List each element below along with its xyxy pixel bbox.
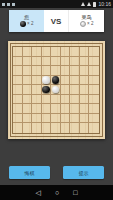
- home-icon[interactable]: ○: [55, 189, 59, 196]
- board-cell-r6c2[interactable]: [32, 104, 42, 114]
- board-cell-r0c3[interactable]: [42, 47, 52, 57]
- board-cell-r6c1[interactable]: [23, 104, 33, 114]
- board-cell-r7c8[interactable]: [89, 114, 99, 124]
- board-cell-r8c0[interactable]: [13, 123, 23, 133]
- board-cell-r7c2[interactable]: [32, 114, 42, 124]
- board-cell-r4c7[interactable]: [80, 85, 90, 95]
- board-cell-r7c6[interactable]: [70, 114, 80, 124]
- board-cell-r2c5[interactable]: [61, 66, 71, 76]
- battery-icon: [93, 2, 96, 7]
- board-cell-r4c4[interactable]: [51, 85, 61, 95]
- right-player-panel: 菜鸟 × 2: [68, 10, 104, 32]
- board-cell-r3c6[interactable]: [70, 76, 80, 86]
- board-cell-r1c1[interactable]: [23, 57, 33, 67]
- board-cell-r6c3[interactable]: [42, 104, 52, 114]
- board-cell-r4c2[interactable]: [32, 85, 42, 95]
- board-cell-r0c4[interactable]: [51, 47, 61, 57]
- board-cell-r8c6[interactable]: [70, 123, 80, 133]
- status-bar: 10:16: [0, 0, 113, 8]
- wifi-icon: [81, 2, 85, 6]
- status-indicators: 10:16: [81, 2, 111, 7]
- board-cell-r0c2[interactable]: [32, 47, 42, 57]
- board-cell-r8c2[interactable]: [32, 123, 42, 133]
- right-player-count: × 2: [87, 22, 93, 27]
- clock-text: 10:16: [98, 2, 111, 7]
- board-cell-r5c3[interactable]: [42, 95, 52, 105]
- board-cell-r4c8[interactable]: [89, 85, 99, 95]
- game-board: [8, 41, 105, 139]
- board-cell-r3c3[interactable]: [42, 76, 52, 86]
- board-cell-r8c5[interactable]: [61, 123, 71, 133]
- board-cell-r2c1[interactable]: [23, 66, 33, 76]
- board-cell-r5c1[interactable]: [23, 95, 33, 105]
- board-cell-r1c4[interactable]: [51, 57, 61, 67]
- board-cell-r0c5[interactable]: [61, 47, 71, 57]
- board-cell-r2c0[interactable]: [13, 66, 23, 76]
- board-cell-r7c3[interactable]: [42, 114, 52, 124]
- board-cell-r3c7[interactable]: [80, 76, 90, 86]
- board-cell-r2c4[interactable]: [51, 66, 61, 76]
- notification-icon: [12, 3, 15, 6]
- board-cell-r5c5[interactable]: [61, 95, 71, 105]
- board-cell-r7c0[interactable]: [13, 114, 23, 124]
- app-screen: 10:16 您 × 2 VS 菜鸟 × 2 悔棋 提示 ◁ ○ □: [0, 0, 113, 200]
- white-stone: [52, 86, 60, 94]
- board-cell-r3c1[interactable]: [23, 76, 33, 86]
- board-cell-r5c2[interactable]: [32, 95, 42, 105]
- board-cell-r1c8[interactable]: [89, 57, 99, 67]
- board-cell-r5c4[interactable]: [51, 95, 61, 105]
- hint-button[interactable]: 提示: [63, 166, 104, 179]
- board-cell-r7c1[interactable]: [23, 114, 33, 124]
- board-cell-r0c7[interactable]: [80, 47, 90, 57]
- board-cell-r2c3[interactable]: [42, 66, 52, 76]
- board-cell-r1c0[interactable]: [13, 57, 23, 67]
- left-player-count: × 2: [27, 22, 33, 27]
- board-cell-r5c6[interactable]: [70, 95, 80, 105]
- board-cell-r8c7[interactable]: [80, 123, 90, 133]
- vs-label: VS: [44, 10, 68, 32]
- board-cell-r0c6[interactable]: [70, 47, 80, 57]
- board-cell-r4c5[interactable]: [61, 85, 71, 95]
- right-player-stone-count: × 2: [80, 21, 94, 27]
- board-grid: [12, 46, 100, 134]
- board-cell-r6c5[interactable]: [61, 104, 71, 114]
- board-cell-r1c5[interactable]: [61, 57, 71, 67]
- board-cell-r2c6[interactable]: [70, 66, 80, 76]
- recents-icon[interactable]: □: [73, 189, 77, 196]
- board-cell-r5c0[interactable]: [13, 95, 23, 105]
- board-cell-r2c2[interactable]: [32, 66, 42, 76]
- undo-button[interactable]: 悔棋: [9, 166, 50, 179]
- board-cell-r7c5[interactable]: [61, 114, 71, 124]
- board-cell-r0c0[interactable]: [13, 47, 23, 57]
- board-cell-r8c3[interactable]: [42, 123, 52, 133]
- board-cell-r5c7[interactable]: [80, 95, 90, 105]
- right-player-name: 菜鸟: [82, 15, 92, 20]
- black-stone: [42, 86, 50, 94]
- board-cell-r4c3[interactable]: [42, 85, 52, 95]
- board-cell-r1c7[interactable]: [80, 57, 90, 67]
- left-player-stone-count: × 2: [20, 21, 34, 27]
- board-cell-r6c8[interactable]: [89, 104, 99, 114]
- board-cell-r1c6[interactable]: [70, 57, 80, 67]
- android-nav-bar: ◁ ○ □: [0, 185, 113, 200]
- board-cell-r2c8[interactable]: [89, 66, 99, 76]
- black-stone: [52, 76, 60, 84]
- notification-icon: [2, 3, 5, 6]
- board-cell-r3c8[interactable]: [89, 76, 99, 86]
- board-cell-r7c4[interactable]: [51, 114, 61, 124]
- back-icon[interactable]: ◁: [36, 189, 41, 196]
- board-cell-r3c2[interactable]: [32, 76, 42, 86]
- versus-header: 您 × 2 VS 菜鸟 × 2: [9, 10, 104, 32]
- board-cell-r6c4[interactable]: [51, 104, 61, 114]
- board-cell-r4c1[interactable]: [23, 85, 33, 95]
- board-cell-r4c6[interactable]: [70, 85, 80, 95]
- board-cell-r4c0[interactable]: [13, 85, 23, 95]
- board-cell-r0c1[interactable]: [23, 47, 33, 57]
- board-cell-r3c4[interactable]: [51, 76, 61, 86]
- board-cell-r1c3[interactable]: [42, 57, 52, 67]
- white-stone: [42, 76, 50, 84]
- board-cell-r6c7[interactable]: [80, 104, 90, 114]
- board-cell-r3c5[interactable]: [61, 76, 71, 86]
- signal-icon: [87, 2, 91, 6]
- board-cell-r0c8[interactable]: [89, 47, 99, 57]
- board-cell-r8c1[interactable]: [23, 123, 33, 133]
- board-cell-r2c7[interactable]: [80, 66, 90, 76]
- notification-icon: [7, 3, 10, 6]
- black-stone-icon: [20, 21, 26, 27]
- left-player-name: 您: [24, 15, 29, 20]
- board-cell-r3c0[interactable]: [13, 76, 23, 86]
- board-cell-r8c8[interactable]: [89, 123, 99, 133]
- board-cell-r8c4[interactable]: [51, 123, 61, 133]
- board-cell-r1c2[interactable]: [32, 57, 42, 67]
- white-stone-icon: [80, 21, 86, 27]
- board-cell-r6c6[interactable]: [70, 104, 80, 114]
- left-player-panel: 您 × 2: [9, 10, 44, 32]
- notification-area: [2, 3, 15, 6]
- board-cell-r7c7[interactable]: [80, 114, 90, 124]
- board-cell-r5c8[interactable]: [89, 95, 99, 105]
- board-cell-r6c0[interactable]: [13, 104, 23, 114]
